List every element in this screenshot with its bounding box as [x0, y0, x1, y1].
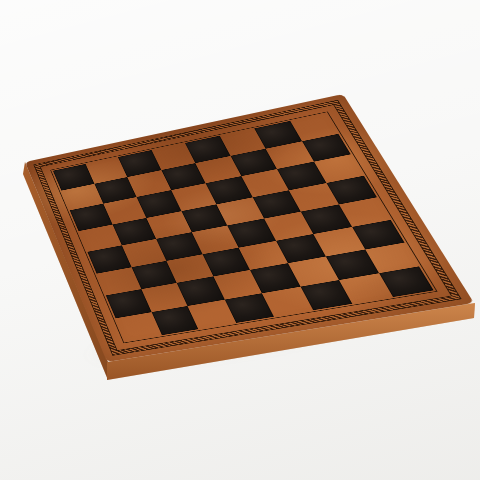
board-grid [53, 113, 434, 341]
photo-background [0, 0, 480, 480]
